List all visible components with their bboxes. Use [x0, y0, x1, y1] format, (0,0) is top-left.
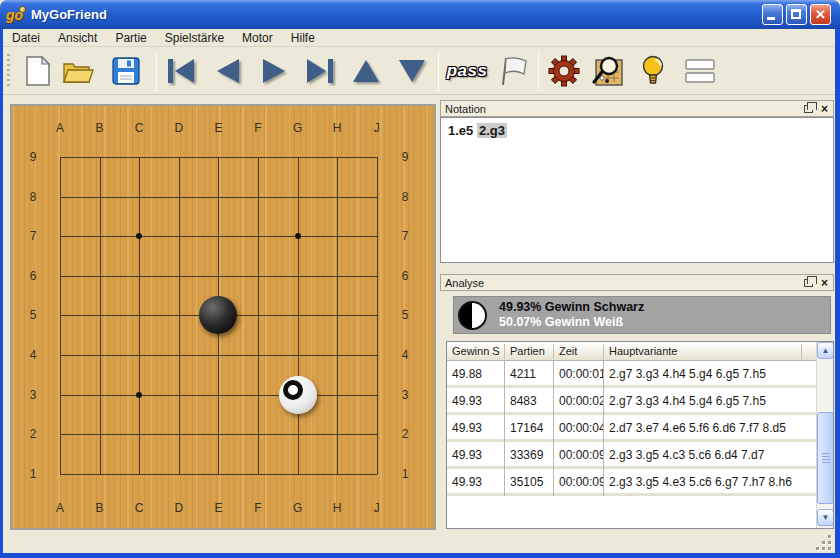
board-coordinate: B — [96, 121, 104, 135]
grid-line — [60, 355, 377, 356]
board-coordinate: J — [374, 501, 380, 515]
board-coordinate: 4 — [402, 348, 409, 362]
close-panel-icon[interactable]: × — [821, 278, 828, 288]
scroll-down-icon[interactable]: ▼ — [817, 509, 834, 526]
grid-line — [377, 157, 378, 474]
black-stone — [199, 296, 237, 334]
board-coordinate: J — [374, 121, 380, 135]
previous-move-icon — [214, 57, 242, 85]
winrate-black: 49.93% Gewinn Schwarz — [499, 300, 644, 315]
board-coordinate: E — [214, 121, 222, 135]
grid-line — [337, 157, 338, 474]
cell-hauptvariante: 2.g7 3.g3 4.h4 5.g4 6.g5 7.h5 — [604, 361, 816, 388]
table-row[interactable]: 49.88 4211 00:00:01 2.g7 3.g3 4.h4 5.g4 … — [447, 361, 816, 388]
notation-panel-title: Notation — [445, 103, 486, 115]
minimize-icon — [767, 17, 775, 20]
window-border-right — [835, 26, 840, 558]
cell-zeit: 00:00:01 — [554, 361, 604, 388]
col-gewinn[interactable]: Gewinn S — [447, 344, 505, 359]
cell-hauptvariante: 2.g3 3.g5 4.c3 5.c6 6.d4 7.d7 — [604, 442, 816, 469]
window-title: MyGoFriend — [31, 7, 107, 22]
previous-move-button[interactable] — [208, 51, 248, 91]
board-coordinate: F — [254, 501, 261, 515]
move-2-current[interactable]: 2.g3 — [477, 123, 507, 138]
new-file-icon — [24, 56, 52, 86]
table-row[interactable]: 49.93 33369 00:00:09 2.g3 3.g5 4.c3 5.c6… — [447, 442, 816, 469]
scroll-up-icon[interactable]: ▲ — [817, 342, 834, 359]
board-coordinate: H — [333, 121, 342, 135]
cell-hauptvariante: 2.g7 3.g3 4.h4 5.g4 6.g5 7.h5 — [604, 388, 816, 415]
cell-partien: 35105 — [505, 469, 554, 496]
analyse-panel-title: Analyse — [445, 277, 484, 289]
board-coordinate: 5 — [402, 308, 409, 322]
cell-gewinn: 49.93 — [447, 415, 505, 442]
board-coordinate: 3 — [402, 388, 409, 402]
board-coordinate: 8 — [30, 190, 37, 204]
board-coordinate: 9 — [30, 150, 37, 164]
pass-icon: pass — [447, 61, 488, 81]
star-point — [136, 233, 142, 239]
cell-partien: 33369 — [505, 442, 554, 469]
analysis-table: Gewinn S Partien Zeit Hauptvariante 49.8… — [446, 341, 834, 529]
first-move-button[interactable] — [162, 51, 202, 91]
last-move-button[interactable] — [300, 51, 340, 91]
board-coordinate: 6 — [30, 269, 37, 283]
minimize-button[interactable] — [762, 4, 783, 25]
board-coordinate: G — [293, 121, 302, 135]
board-coordinate: B — [96, 501, 104, 515]
board-coordinate: 2 — [402, 427, 409, 441]
board-coordinate: E — [214, 501, 222, 515]
maximize-button[interactable] — [786, 4, 807, 25]
board-coordinate: 7 — [30, 229, 37, 243]
score-bars-icon — [684, 57, 716, 85]
resize-grip[interactable] — [810, 535, 834, 553]
board-coordinate: 2 — [30, 427, 37, 441]
last-move-icon — [304, 57, 336, 85]
grid-line — [60, 395, 377, 396]
analyze-board-icon — [591, 54, 625, 88]
variation-down-icon — [397, 58, 427, 84]
flag-icon — [498, 55, 530, 87]
toolbar: pass — [3, 48, 835, 95]
gear-icon — [548, 55, 580, 87]
hint-button[interactable] — [638, 51, 668, 91]
score-button[interactable] — [680, 51, 720, 91]
board-coordinate: D — [174, 501, 183, 515]
board-coordinate: 5 — [30, 308, 37, 322]
white-stone — [279, 376, 317, 414]
board-coordinate: A — [56, 121, 64, 135]
analyse-panel-titlebar[interactable]: Analyse × — [440, 274, 834, 291]
cell-gewinn: 49.93 — [447, 388, 505, 415]
grid-line — [258, 157, 259, 474]
first-move-icon — [166, 57, 198, 85]
cell-hauptvariante: 2.d7 3.e7 4.e6 5.f6 6.d6 7.f7 8.d5 — [604, 415, 816, 442]
black-white-circle-icon — [458, 301, 487, 330]
table-header-row: Gewinn S Partien Zeit Hauptvariante — [447, 342, 833, 361]
menu-ansicht[interactable]: Ansicht — [49, 30, 106, 46]
pass-button[interactable]: pass — [444, 51, 490, 91]
scrollbar-thumb[interactable] — [817, 412, 834, 504]
save-button[interactable] — [106, 51, 146, 91]
board-coordinate: F — [254, 121, 261, 135]
float-panel-icon[interactable] — [804, 105, 813, 113]
grid-line — [60, 474, 377, 475]
close-panel-icon[interactable]: × — [821, 104, 828, 114]
last-move-marker — [283, 380, 303, 400]
cell-gewinn: 49.88 — [447, 361, 505, 388]
toolbar-separator — [538, 51, 539, 91]
next-move-icon — [260, 57, 288, 85]
float-panel-icon[interactable] — [804, 279, 813, 287]
cell-hauptvariante: 2.g3 3.g5 4.e3 5.c6 6.g7 7.h7 8.h6 — [604, 469, 816, 496]
menu-spielstaerke[interactable]: Spielstärke — [156, 30, 233, 46]
cell-gewinn: 49.93 — [447, 442, 505, 469]
cell-zeit: 00:00:09 — [554, 442, 604, 469]
engine-button[interactable] — [544, 51, 584, 91]
title-bar[interactable]: go MyGoFriend ✕ — [0, 0, 840, 29]
resign-button[interactable] — [494, 51, 534, 91]
cell-zeit: 00:00:09 — [554, 469, 604, 496]
analyze-button[interactable] — [588, 51, 628, 91]
grid-line — [298, 157, 299, 474]
app-icon: go — [6, 5, 26, 25]
menu-partie[interactable]: Partie — [106, 30, 155, 46]
board-coordinate: H — [333, 501, 342, 515]
board-coordinate: 9 — [402, 150, 409, 164]
table-row[interactable]: 49.93 8483 00:00:02 2.g7 3.g3 4.h4 5.g4 … — [447, 388, 816, 415]
close-icon: ✕ — [811, 6, 830, 24]
grid-line — [60, 434, 377, 435]
col-zeit[interactable]: Zeit — [554, 344, 604, 359]
cell-gewinn: 49.93 — [447, 469, 505, 496]
board-coordinate: D — [174, 121, 183, 135]
table-scrollbar[interactable]: ▲ ▼ — [816, 342, 833, 528]
table-row[interactable]: 49.93 17164 00:00:04 2.d7 3.e7 4.e6 5.f6… — [447, 415, 816, 442]
menu-datei[interactable]: Datei — [3, 30, 49, 46]
save-floppy-icon — [112, 57, 140, 85]
maximize-icon — [791, 9, 801, 19]
col-partien[interactable]: Partien — [505, 344, 554, 359]
notation-view[interactable]: 1.e5 2.g3 — [440, 117, 834, 263]
board-coordinate: 3 — [30, 388, 37, 402]
toolbar-separator — [156, 51, 157, 91]
menu-motor[interactable]: Motor — [233, 30, 282, 46]
cell-partien: 8483 — [505, 388, 554, 415]
star-point — [136, 392, 142, 398]
next-move-button[interactable] — [254, 51, 294, 91]
window-border-left — [0, 26, 3, 558]
close-button[interactable]: ✕ — [810, 4, 831, 25]
light-bulb-icon — [640, 55, 666, 87]
window-border-bottom — [0, 553, 840, 558]
board-coordinate: C — [135, 121, 144, 135]
menu-hilfe[interactable]: Hilfe — [282, 30, 324, 46]
move-1[interactable]: 1.e5 — [448, 123, 473, 138]
notation-panel-titlebar[interactable]: Notation × — [440, 100, 834, 117]
table-row[interactable]: 49.93 35105 00:00:09 2.g3 3.g5 4.e3 5.c6… — [447, 469, 816, 496]
open-button[interactable] — [58, 51, 98, 91]
board-coordinate: 1 — [402, 467, 409, 481]
toolbar-drag-handle[interactable] — [7, 54, 10, 88]
variation-up-icon — [351, 58, 381, 84]
board-coordinate: 8 — [402, 190, 409, 204]
board-coordinate: C — [135, 501, 144, 515]
toolbar-separator — [438, 51, 439, 91]
open-folder-icon — [62, 57, 94, 85]
board-coordinate: 1 — [30, 467, 37, 481]
application-window: go MyGoFriend ✕ Datei Ansicht Partie Spi… — [0, 0, 840, 558]
winrate-white: 50.07% Gewinn Weiß — [499, 315, 644, 330]
board-coordinate: 6 — [402, 269, 409, 283]
board-coordinate: G — [293, 501, 302, 515]
winrate-bar: 49.93% Gewinn Schwarz 50.07% Gewinn Weiß — [453, 296, 831, 334]
menu-bar: Datei Ansicht Partie Spielstärke Motor H… — [3, 29, 835, 47]
cell-zeit: 00:00:02 — [554, 388, 604, 415]
cell-zeit: 00:00:04 — [554, 415, 604, 442]
go-board[interactable]: AABBCCDDEEFFGGHHJJ998877665544332211 — [10, 104, 436, 530]
board-coordinate: 4 — [30, 348, 37, 362]
board-coordinate: 7 — [402, 229, 409, 243]
board-coordinate: A — [56, 501, 64, 515]
col-hauptvariante[interactable]: Hauptvariante — [604, 344, 802, 359]
new-game-button[interactable] — [18, 51, 58, 91]
cell-partien: 17164 — [505, 415, 554, 442]
cell-partien: 4211 — [505, 361, 554, 388]
variation-down-button[interactable] — [392, 51, 432, 91]
star-point — [295, 233, 301, 239]
variation-up-button[interactable] — [346, 51, 386, 91]
